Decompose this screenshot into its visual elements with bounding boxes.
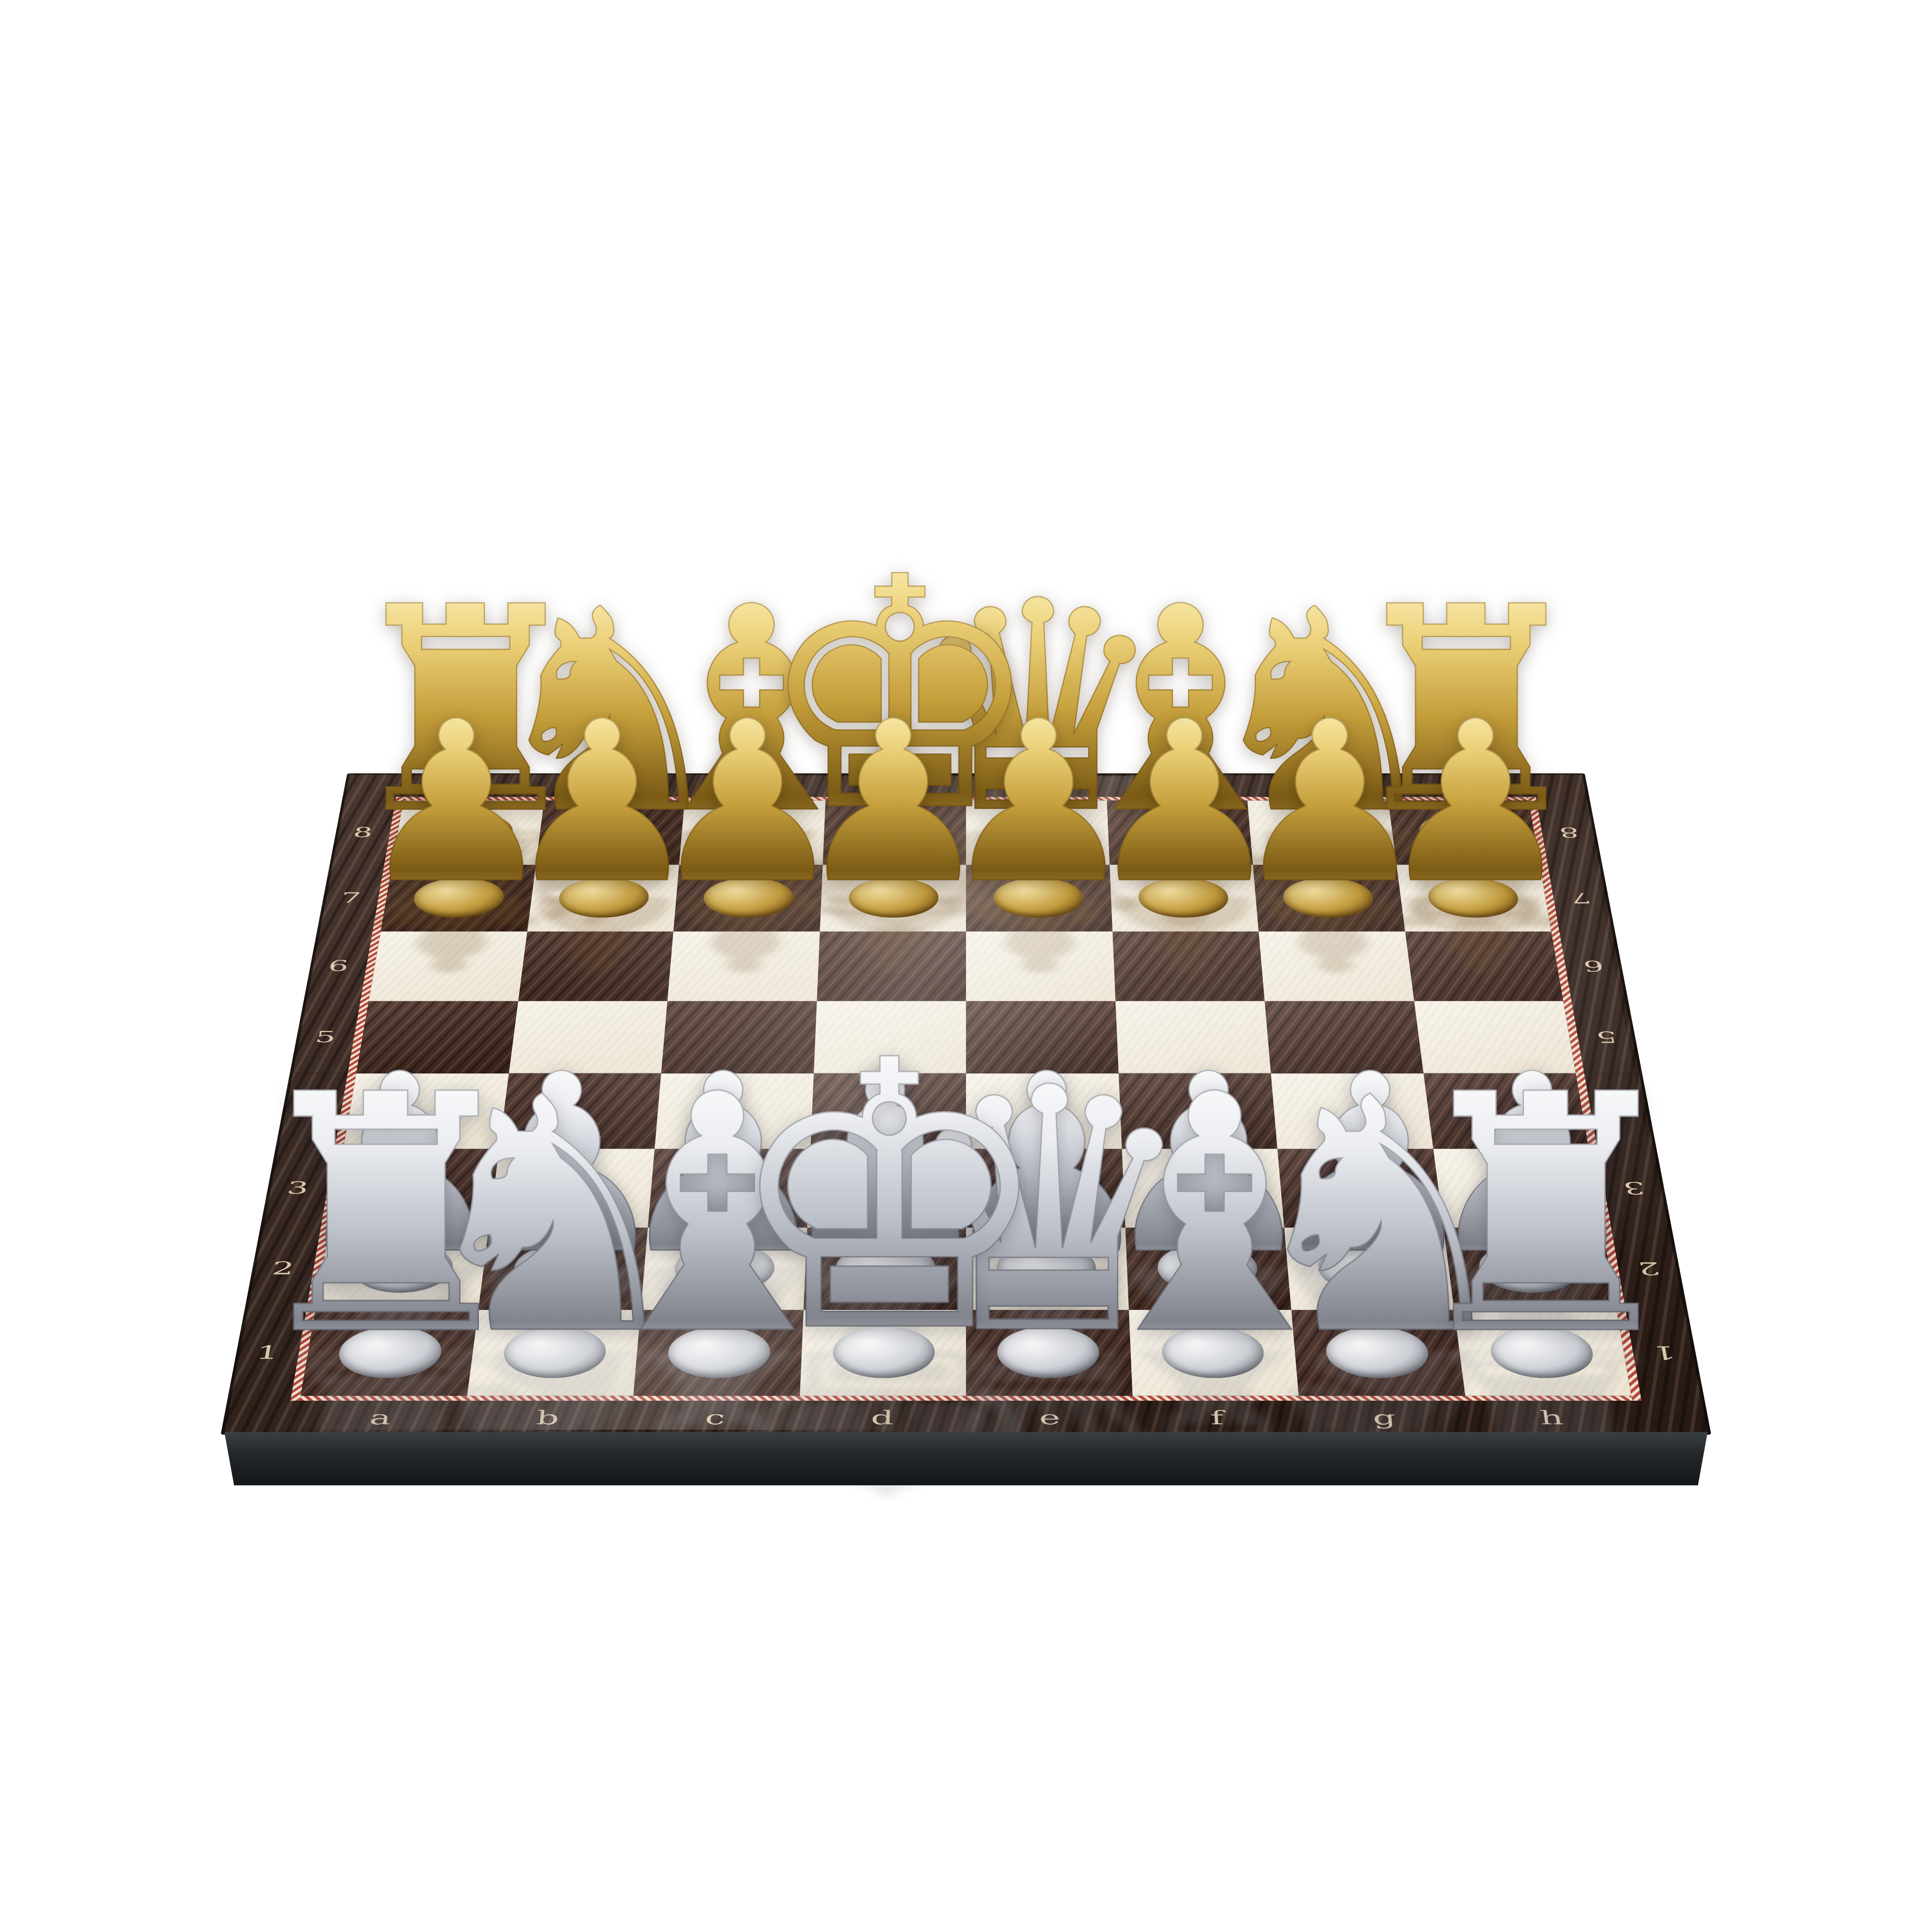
rook-glyph: ♜ [1386,1052,1706,1379]
pawn-glyph: ♟ [1335,692,1616,914]
product-photo-scene: 8765432187654321abcdefgh ♜♜♞♞♝♝♚♚♛♛♝♝♞♞♜… [0,0,1932,1932]
rank-label-left-8: 8 [330,823,395,842]
chess-board: 8765432187654321abcdefgh ♜♜♞♞♝♝♚♚♛♛♝♝♞♞♜… [221,774,1711,1435]
king-glyph: ♚ [723,1013,1043,1383]
rank-label-left-6: 6 [304,956,372,977]
rank-label-right-7: 7 [1548,888,1614,908]
rank-label-right-6: 6 [1560,956,1628,977]
rank-label-right-8: 8 [1537,823,1602,842]
board-edge-rim [221,1432,1711,1485]
rank-label-left-7: 7 [318,888,384,908]
pieces-layer: ♜♜♞♞♝♝♚♚♛♛♝♝♞♞♜♜♟♟♟♟♟♟♟♟♟♟♟♟♟♟♟♟♟♟♟♟♟♟♟♟… [301,801,1631,1396]
rook-glyph: ♜ [226,1052,546,1379]
